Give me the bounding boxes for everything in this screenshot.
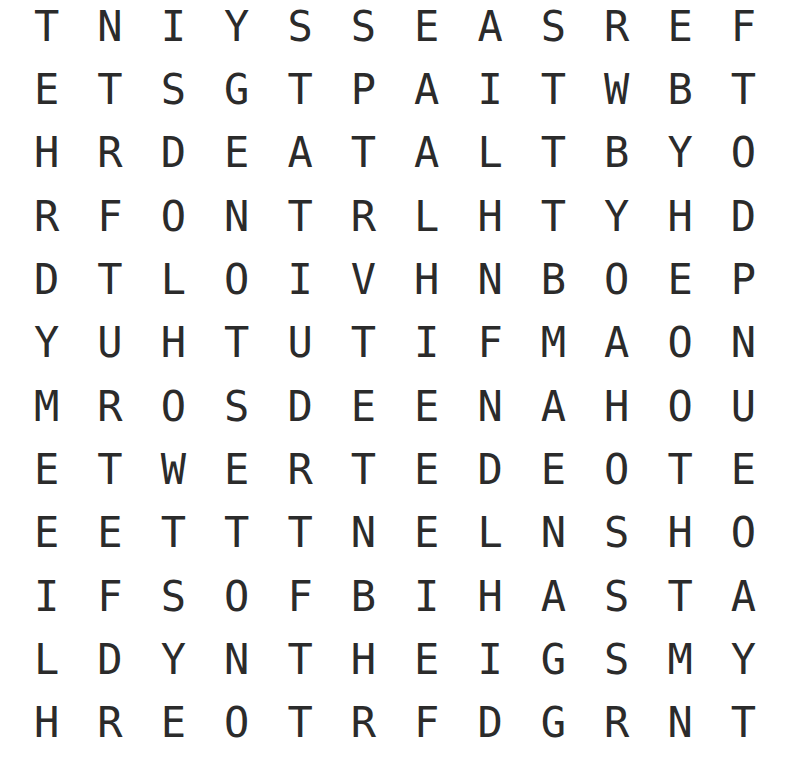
grid-cell-r10c3[interactable]: S [142,565,205,628]
grid-cell-r1c10[interactable]: R [585,0,648,58]
grid-cell-r4c4[interactable]: N [205,185,268,248]
grid-cell-r8c4[interactable]: E [205,438,268,501]
grid-cell-r8c11[interactable]: T [648,438,711,501]
grid-cell-r7c9[interactable]: A [522,375,585,438]
grid-cell-r11c9[interactable]: G [522,628,585,691]
grid-cell-r4c8[interactable]: H [458,185,521,248]
grid-cell-r4c10[interactable]: Y [585,185,648,248]
grid-cell-r3c4[interactable]: E [205,122,268,185]
grid-cell-r9c6[interactable]: N [332,502,395,565]
grid-cell-r3c7[interactable]: A [395,122,458,185]
grid-cell-r8c10[interactable]: O [585,438,648,501]
grid-cell-r3c1[interactable]: H [15,122,78,185]
grid-cell-r5c9[interactable]: B [522,248,585,311]
grid-cell-r8c1[interactable]: E [15,438,78,501]
grid-cell-r11c4[interactable]: N [205,628,268,691]
grid-cell-r11c8[interactable]: I [458,628,521,691]
grid-cell-r1c7[interactable]: E [395,0,458,58]
grid-cell-r10c8[interactable]: H [458,565,521,628]
grid-cell-r7c7[interactable]: E [395,375,458,438]
grid-cell-r12c2[interactable]: R [78,692,141,755]
grid-cell-r9c12[interactable]: O [712,502,775,565]
grid-cell-r3c3[interactable]: D [142,122,205,185]
grid-cell-r2c11[interactable]: B [648,58,711,121]
grid-cell-r5c8[interactable]: N [458,248,521,311]
grid-cell-r8c6[interactable]: T [332,438,395,501]
grid-cell-r6c11[interactable]: O [648,312,711,375]
grid-cell-r4c11[interactable]: H [648,185,711,248]
grid-cell-r11c5[interactable]: T [268,628,331,691]
grid-cell-r9c10[interactable]: S [585,502,648,565]
grid-cell-r12c11[interactable]: N [648,692,711,755]
grid-cell-r11c2[interactable]: D [78,628,141,691]
grid-cell-r11c10[interactable]: S [585,628,648,691]
grid-cell-r7c8[interactable]: N [458,375,521,438]
grid-cell-r12c8[interactable]: D [458,692,521,755]
grid-cell-r11c12[interactable]: Y [712,628,775,691]
grid-cell-r10c9[interactable]: A [522,565,585,628]
grid-cell-r4c9[interactable]: T [522,185,585,248]
grid-cell-r5c12[interactable]: P [712,248,775,311]
grid-cell-r6c5[interactable]: U [268,312,331,375]
grid-cell-r2c8[interactable]: I [458,58,521,121]
grid-cell-r1c5[interactable]: S [268,0,331,58]
grid-cell-r9c4[interactable]: T [205,502,268,565]
grid-cell-r10c2[interactable]: F [78,565,141,628]
grid-cell-r9c7[interactable]: E [395,502,458,565]
grid-cell-r9c3[interactable]: T [142,502,205,565]
grid-cell-r1c3[interactable]: I [142,0,205,58]
grid-cell-r5c3[interactable]: L [142,248,205,311]
grid-cell-r7c4[interactable]: S [205,375,268,438]
grid-cell-r4c3[interactable]: O [142,185,205,248]
grid-cell-r5c2[interactable]: T [78,248,141,311]
grid-cell-r1c11[interactable]: E [648,0,711,58]
grid-cell-r4c5[interactable]: T [268,185,331,248]
grid-cell-r6c8[interactable]: F [458,312,521,375]
grid-cell-r10c5[interactable]: F [268,565,331,628]
grid-cell-r9c1[interactable]: E [15,502,78,565]
grid-cell-r10c1[interactable]: I [15,565,78,628]
grid-cell-r8c5[interactable]: R [268,438,331,501]
grid-cell-r10c12[interactable]: A [712,565,775,628]
grid-cell-r6c10[interactable]: A [585,312,648,375]
grid-cell-r2c6[interactable]: P [332,58,395,121]
grid-cell-r4c12[interactable]: D [712,185,775,248]
grid-cell-r5c11[interactable]: E [648,248,711,311]
grid-cell-r7c2[interactable]: R [78,375,141,438]
grid-cell-r3c8[interactable]: L [458,122,521,185]
grid-cell-r8c7[interactable]: E [395,438,458,501]
grid-cell-r4c2[interactable]: F [78,185,141,248]
grid-cell-r12c12[interactable]: T [712,692,775,755]
grid-cell-r1c1[interactable]: T [15,0,78,58]
grid-cell-r2c9[interactable]: T [522,58,585,121]
grid-cell-r2c7[interactable]: A [395,58,458,121]
grid-cell-r10c7[interactable]: I [395,565,458,628]
grid-cell-r12c9[interactable]: G [522,692,585,755]
grid-cell-r10c10[interactable]: S [585,565,648,628]
grid-cell-r3c2[interactable]: R [78,122,141,185]
grid-cell-r12c6[interactable]: R [332,692,395,755]
grid-cell-r5c10[interactable]: O [585,248,648,311]
grid-cell-r9c11[interactable]: H [648,502,711,565]
grid-cell-r7c12[interactable]: U [712,375,775,438]
grid-cell-r9c5[interactable]: T [268,502,331,565]
grid-cell-r12c10[interactable]: R [585,692,648,755]
grid-cell-r6c4[interactable]: T [205,312,268,375]
grid-cell-r7c10[interactable]: H [585,375,648,438]
grid-cell-r2c4[interactable]: G [205,58,268,121]
grid-cell-r5c5[interactable]: I [268,248,331,311]
grid-cell-r8c12[interactable]: E [712,438,775,501]
grid-cell-r8c8[interactable]: D [458,438,521,501]
grid-cell-r4c7[interactable]: L [395,185,458,248]
grid-cell-r9c2[interactable]: E [78,502,141,565]
grid-cell-r7c3[interactable]: O [142,375,205,438]
grid-cell-r1c12[interactable]: F [712,0,775,58]
grid-cell-r6c9[interactable]: M [522,312,585,375]
grid-cell-r5c6[interactable]: V [332,248,395,311]
word-search-grid: TNIYSSEASREFETSGTPAITWBTHRDEATALTBYORFON… [15,0,775,755]
grid-cell-r5c7[interactable]: H [395,248,458,311]
grid-cell-r10c6[interactable]: B [332,565,395,628]
grid-cell-r4c6[interactable]: R [332,185,395,248]
grid-cell-r4c1[interactable]: R [15,185,78,248]
grid-cell-r9c9[interactable]: N [522,502,585,565]
grid-cell-r12c1[interactable]: H [15,692,78,755]
grid-cell-r11c11[interactable]: M [648,628,711,691]
grid-cell-r11c1[interactable]: L [15,628,78,691]
grid-cell-r6c7[interactable]: I [395,312,458,375]
grid-cell-r11c3[interactable]: Y [142,628,205,691]
grid-cell-r7c1[interactable]: M [15,375,78,438]
grid-cell-r8c3[interactable]: W [142,438,205,501]
grid-cell-r8c9[interactable]: E [522,438,585,501]
grid-cell-r6c2[interactable]: U [78,312,141,375]
grid-cell-r1c2[interactable]: N [78,0,141,58]
grid-cell-r12c3[interactable]: E [142,692,205,755]
grid-cell-r1c4[interactable]: Y [205,0,268,58]
grid-cell-r10c4[interactable]: O [205,565,268,628]
grid-cell-r12c4[interactable]: O [205,692,268,755]
grid-cell-r8c2[interactable]: T [78,438,141,501]
grid-cell-r7c5[interactable]: D [268,375,331,438]
grid-cell-r2c3[interactable]: S [142,58,205,121]
grid-cell-r3c10[interactable]: B [585,122,648,185]
grid-cell-r6c6[interactable]: T [332,312,395,375]
grid-cell-r3c5[interactable]: A [268,122,331,185]
grid-cell-r1c8[interactable]: A [458,0,521,58]
grid-cell-r6c1[interactable]: Y [15,312,78,375]
grid-cell-r5c4[interactable]: O [205,248,268,311]
grid-cell-r3c12[interactable]: O [712,122,775,185]
grid-cell-r2c12[interactable]: T [712,58,775,121]
grid-cell-r6c12[interactable]: N [712,312,775,375]
grid-cell-r11c6[interactable]: H [332,628,395,691]
grid-cell-r10c11[interactable]: T [648,565,711,628]
grid-cell-r1c9[interactable]: S [522,0,585,58]
grid-cell-r9c8[interactable]: L [458,502,521,565]
grid-cell-r3c6[interactable]: T [332,122,395,185]
grid-cell-r5c1[interactable]: D [15,248,78,311]
grid-cell-r7c11[interactable]: O [648,375,711,438]
grid-cell-r2c5[interactable]: T [268,58,331,121]
grid-cell-r12c5[interactable]: T [268,692,331,755]
grid-cell-r11c7[interactable]: E [395,628,458,691]
grid-cell-r7c6[interactable]: E [332,375,395,438]
grid-cell-r2c2[interactable]: T [78,58,141,121]
grid-cell-r3c11[interactable]: Y [648,122,711,185]
grid-cell-r2c10[interactable]: W [585,58,648,121]
grid-cell-r1c6[interactable]: S [332,0,395,58]
grid-cell-r12c7[interactable]: F [395,692,458,755]
grid-cell-r6c3[interactable]: H [142,312,205,375]
grid-cell-r2c1[interactable]: E [15,58,78,121]
grid-cell-r3c9[interactable]: T [522,122,585,185]
